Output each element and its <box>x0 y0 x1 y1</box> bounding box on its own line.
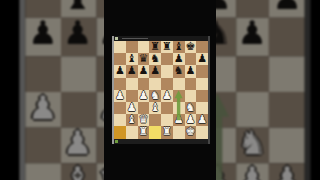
bg-square-b7: ♝ <box>60 0 95 19</box>
bg-square-b2: ♝ <box>60 164 95 180</box>
square-e7[interactable] <box>161 53 173 65</box>
black-pawn-piece[interactable]: ♟ <box>138 65 148 77</box>
square-d5[interactable] <box>149 78 161 90</box>
bg-square-g2: ♟ <box>235 164 270 180</box>
white-pawn-piece[interactable]: ♟ <box>115 90 125 102</box>
square-e6[interactable] <box>161 65 173 77</box>
window-statusbar <box>114 139 208 144</box>
black-queen-piece[interactable]: ♛ <box>138 53 148 65</box>
square-h3[interactable] <box>196 102 208 114</box>
square-c1[interactable]: ♜ <box>138 126 150 138</box>
bg-square-g3: ♞ <box>235 127 270 163</box>
square-g5[interactable] <box>185 78 197 90</box>
white-pawn-piece[interactable]: ♟ <box>174 114 184 126</box>
bg-square-a4: ♟ <box>25 91 60 127</box>
bg-black-pawn-piece: ♟ <box>63 19 92 55</box>
black-pawn-piece[interactable]: ♟ <box>174 53 184 65</box>
square-g7[interactable] <box>185 53 197 65</box>
bg-square-b6: ♟ <box>60 19 95 55</box>
chess-board: ♜♜♝♚♝♛♞♟♟♟♟♟♟♞♟♟♟♞♟♟♝♞♝♛♟♟♟♜♜♚ <box>114 41 208 139</box>
square-b7[interactable]: ♝ <box>126 53 138 65</box>
square-a8[interactable] <box>114 41 126 53</box>
bg-square-a3 <box>25 127 60 163</box>
square-c6[interactable]: ♟ <box>138 65 150 77</box>
bg-square-h4 <box>270 91 305 127</box>
square-a4[interactable]: ♟ <box>114 90 126 102</box>
white-queen-piece[interactable]: ♛ <box>138 114 148 126</box>
square-b2[interactable]: ♝ <box>126 114 138 126</box>
square-d8[interactable]: ♜ <box>149 41 161 53</box>
black-rook-piece[interactable]: ♜ <box>150 41 160 53</box>
black-bishop-piece[interactable]: ♝ <box>127 53 137 65</box>
square-e3[interactable] <box>161 102 173 114</box>
bg-square-h5 <box>270 55 305 91</box>
square-f1[interactable] <box>173 126 185 138</box>
black-pawn-piece[interactable]: ♟ <box>127 65 137 77</box>
square-b6[interactable]: ♟ <box>126 65 138 77</box>
square-d7[interactable]: ♞ <box>149 53 161 65</box>
bg-black-pawn-piece: ♟ <box>272 0 301 19</box>
bg-white-bishop-piece: ♝ <box>63 164 92 180</box>
bg-square-b4 <box>60 91 95 127</box>
square-h4[interactable] <box>196 90 208 102</box>
bg-white-pawn-piece: ♟ <box>238 164 267 180</box>
bg-white-pawn-piece: ♟ <box>63 128 92 164</box>
square-g8[interactable]: ♚ <box>185 41 197 53</box>
bg-white-knight-piece: ♞ <box>238 128 267 164</box>
square-c7[interactable]: ♛ <box>138 53 150 65</box>
bg-square-a7 <box>25 0 60 19</box>
square-h7[interactable]: ♟ <box>196 53 208 65</box>
square-c4[interactable]: ♟ <box>138 90 150 102</box>
square-f8[interactable]: ♝ <box>173 41 185 53</box>
square-b8[interactable] <box>126 41 138 53</box>
window-title-text <box>122 38 148 39</box>
white-bishop-piece[interactable]: ♝ <box>150 102 160 114</box>
bg-square-g4 <box>235 91 270 127</box>
bg-white-pawn-piece: ♟ <box>272 164 301 180</box>
black-rook-piece[interactable]: ♜ <box>162 41 172 53</box>
square-g4[interactable] <box>185 90 197 102</box>
bg-square-a2 <box>25 164 60 180</box>
white-knight-piece[interactable]: ♞ <box>185 102 195 114</box>
bg-square-b3: ♟ <box>60 127 95 163</box>
bg-square-b5 <box>60 55 95 91</box>
bg-white-pawn-piece: ♟ <box>28 92 57 128</box>
square-c2[interactable]: ♛ <box>138 114 150 126</box>
square-h2[interactable]: ♟ <box>196 114 208 126</box>
square-d3[interactable]: ♝ <box>149 102 161 114</box>
black-king-piece[interactable]: ♚ <box>185 41 195 53</box>
bg-square-h6 <box>270 19 305 55</box>
square-e2[interactable] <box>161 114 173 126</box>
black-knight-piece[interactable]: ♞ <box>174 65 184 77</box>
square-g6[interactable]: ♟ <box>185 65 197 77</box>
square-c5[interactable] <box>138 78 150 90</box>
bg-black-pawn-piece: ♟ <box>238 19 267 55</box>
bg-square-g7 <box>235 0 270 19</box>
square-a6[interactable]: ♟ <box>114 65 126 77</box>
square-f3[interactable] <box>173 102 185 114</box>
square-h1[interactable] <box>196 126 208 138</box>
white-knight-piece[interactable]: ♞ <box>150 90 160 102</box>
white-pawn-piece[interactable]: ♟ <box>197 114 207 126</box>
square-e1[interactable]: ♜ <box>161 126 173 138</box>
square-e8[interactable]: ♜ <box>161 41 173 53</box>
app-icon <box>115 37 118 40</box>
white-rook-piece[interactable]: ♜ <box>138 126 148 138</box>
square-d1[interactable] <box>149 126 161 138</box>
square-f6[interactable]: ♞ <box>173 65 185 77</box>
square-d6[interactable]: ♟ <box>149 65 161 77</box>
square-a1[interactable] <box>114 126 126 138</box>
engine-status-icon <box>115 140 118 143</box>
bg-square-h3 <box>270 127 305 163</box>
bg-square-g5 <box>235 55 270 91</box>
square-b1[interactable] <box>126 126 138 138</box>
black-pawn-piece[interactable]: ♟ <box>115 65 125 77</box>
square-c3[interactable] <box>138 102 150 114</box>
square-a3[interactable] <box>114 102 126 114</box>
square-b4[interactable] <box>126 90 138 102</box>
bg-square-a6: ♟ <box>25 19 60 55</box>
bg-square-a5 <box>25 55 60 91</box>
video-frame: ♜♜♝♚♝♛♞♟♟♟♟♟♟♞♟♟♟♞♟♟♝♞♝♛♟♟♟♜♜♚ ♜♜♝♚♝♛♞♟♟… <box>0 0 320 180</box>
square-c8[interactable] <box>138 41 150 53</box>
black-knight-piece[interactable]: ♞ <box>150 53 160 65</box>
white-king-piece[interactable]: ♚ <box>185 126 195 138</box>
square-g1[interactable]: ♚ <box>185 126 197 138</box>
white-rook-piece[interactable]: ♜ <box>162 126 172 138</box>
square-g2[interactable]: ♟ <box>185 114 197 126</box>
bg-black-pawn-piece: ♟ <box>28 19 57 55</box>
square-f5[interactable] <box>173 78 185 90</box>
square-a5[interactable] <box>114 78 126 90</box>
bg-square-g6: ♟ <box>235 19 270 55</box>
white-bishop-piece[interactable]: ♝ <box>127 114 137 126</box>
chess-app-window: ♜♜♝♚♝♛♞♟♟♟♟♟♟♞♟♟♟♞♟♟♝♞♝♛♟♟♟♜♜♚ <box>112 36 210 144</box>
bg-square-h7: ♟ <box>270 0 305 19</box>
square-f2[interactable]: ♟ <box>173 114 185 126</box>
square-f7[interactable]: ♟ <box>173 53 185 65</box>
square-h5[interactable] <box>196 78 208 90</box>
white-pawn-piece[interactable]: ♟ <box>127 102 137 114</box>
square-b3[interactable]: ♟ <box>126 102 138 114</box>
square-f4[interactable] <box>173 90 185 102</box>
square-h8[interactable] <box>196 41 208 53</box>
square-g3[interactable]: ♞ <box>185 102 197 114</box>
square-d2[interactable] <box>149 114 161 126</box>
black-pawn-piece[interactable]: ♟ <box>197 53 207 65</box>
square-e4[interactable]: ♟ <box>161 90 173 102</box>
white-pawn-piece[interactable]: ♟ <box>138 90 148 102</box>
square-d4[interactable]: ♞ <box>149 90 161 102</box>
square-e5[interactable] <box>161 78 173 90</box>
left-black-bar <box>0 0 7 180</box>
bg-square-h2: ♟ <box>270 164 305 180</box>
black-pawn-piece[interactable]: ♟ <box>150 65 160 77</box>
bg-black-bishop-piece: ♝ <box>63 0 92 19</box>
right-black-bar <box>313 0 320 180</box>
black-bishop-piece[interactable]: ♝ <box>174 41 184 53</box>
white-pawn-piece[interactable]: ♟ <box>185 114 195 126</box>
white-pawn-piece[interactable]: ♟ <box>162 90 172 102</box>
square-a7[interactable] <box>114 53 126 65</box>
square-h6[interactable] <box>196 65 208 77</box>
black-pawn-piece[interactable]: ♟ <box>185 65 195 77</box>
square-a2[interactable] <box>114 114 126 126</box>
square-b5[interactable] <box>126 78 138 90</box>
